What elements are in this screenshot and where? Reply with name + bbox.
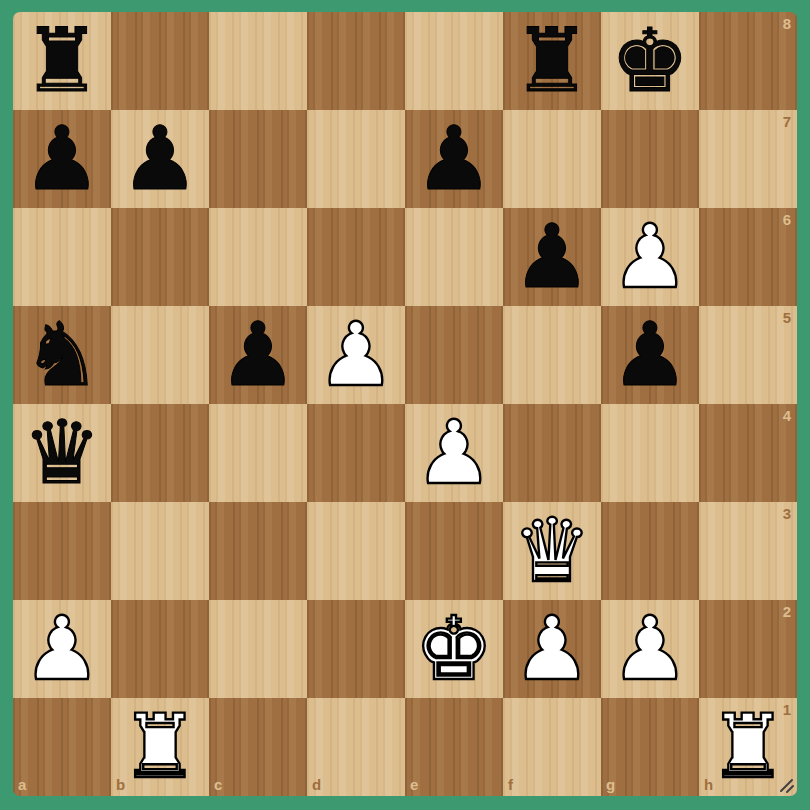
file-label-h: h: [704, 777, 713, 792]
square-h8[interactable]: 8: [699, 12, 797, 110]
black-rook-a8[interactable]: ♜: [23, 12, 102, 110]
white-pawn-e4[interactable]: ♟: [415, 404, 494, 502]
rank-label-4: 4: [783, 408, 791, 423]
square-f8[interactable]: ♜: [503, 12, 601, 110]
square-c4[interactable]: [209, 404, 307, 502]
square-a4[interactable]: ♛: [13, 404, 111, 502]
square-d4[interactable]: [307, 404, 405, 502]
square-b6[interactable]: [111, 208, 209, 306]
square-g5[interactable]: ♟: [601, 306, 699, 404]
square-b8[interactable]: [111, 12, 209, 110]
square-b5[interactable]: [111, 306, 209, 404]
square-a5[interactable]: ♞: [13, 306, 111, 404]
square-h4[interactable]: 4: [699, 404, 797, 502]
square-c5[interactable]: ♟: [209, 306, 307, 404]
square-e2[interactable]: ♚: [405, 600, 503, 698]
file-label-b: b: [116, 777, 125, 792]
white-pawn-a2[interactable]: ♟: [23, 600, 102, 698]
square-h1[interactable]: h1♜: [699, 698, 797, 796]
file-label-f: f: [508, 777, 513, 792]
board-frame: ♜♜♚8♟♟♟7♟♟6♞♟♟♟5♛♟4♛3♟♚♟♟2ab♜cdefgh1♜: [0, 0, 810, 810]
square-a2[interactable]: ♟: [13, 600, 111, 698]
black-pawn-b7[interactable]: ♟: [121, 110, 200, 208]
white-pawn-f2[interactable]: ♟: [513, 600, 592, 698]
square-g7[interactable]: [601, 110, 699, 208]
square-h3[interactable]: 3: [699, 502, 797, 600]
black-rook-f8[interactable]: ♜: [513, 12, 592, 110]
file-label-c: c: [214, 777, 222, 792]
square-e7[interactable]: ♟: [405, 110, 503, 208]
rank-label-6: 6: [783, 212, 791, 227]
square-g4[interactable]: [601, 404, 699, 502]
file-label-e: e: [410, 777, 418, 792]
square-g1[interactable]: g: [601, 698, 699, 796]
rank-label-2: 2: [783, 604, 791, 619]
square-c8[interactable]: [209, 12, 307, 110]
black-king-g8[interactable]: ♚: [611, 12, 690, 110]
square-b7[interactable]: ♟: [111, 110, 209, 208]
square-e4[interactable]: ♟: [405, 404, 503, 502]
chess-board: ♜♜♚8♟♟♟7♟♟6♞♟♟♟5♛♟4♛3♟♚♟♟2ab♜cdefgh1♜: [13, 12, 797, 796]
square-g2[interactable]: ♟: [601, 600, 699, 698]
white-pawn-g6[interactable]: ♟: [611, 208, 690, 306]
file-label-a: a: [18, 777, 26, 792]
square-c3[interactable]: [209, 502, 307, 600]
square-f7[interactable]: [503, 110, 601, 208]
square-g6[interactable]: ♟: [601, 208, 699, 306]
square-c6[interactable]: [209, 208, 307, 306]
square-e5[interactable]: [405, 306, 503, 404]
square-d7[interactable]: [307, 110, 405, 208]
file-label-g: g: [606, 777, 615, 792]
square-g3[interactable]: [601, 502, 699, 600]
square-h6[interactable]: 6: [699, 208, 797, 306]
square-f5[interactable]: [503, 306, 601, 404]
square-e6[interactable]: [405, 208, 503, 306]
square-h2[interactable]: 2: [699, 600, 797, 698]
square-h5[interactable]: 5: [699, 306, 797, 404]
square-b1[interactable]: b♜: [111, 698, 209, 796]
square-f3[interactable]: ♛: [503, 502, 601, 600]
square-a1[interactable]: a: [13, 698, 111, 796]
square-c1[interactable]: c: [209, 698, 307, 796]
white-queen-f3[interactable]: ♛: [513, 502, 592, 600]
rank-label-3: 3: [783, 506, 791, 521]
white-rook-h1[interactable]: ♜: [709, 698, 788, 796]
square-d3[interactable]: [307, 502, 405, 600]
square-g8[interactable]: ♚: [601, 12, 699, 110]
black-pawn-a7[interactable]: ♟: [23, 110, 102, 208]
square-c7[interactable]: [209, 110, 307, 208]
square-b4[interactable]: [111, 404, 209, 502]
square-d6[interactable]: [307, 208, 405, 306]
white-pawn-g2[interactable]: ♟: [611, 600, 690, 698]
square-h7[interactable]: 7: [699, 110, 797, 208]
black-knight-a5[interactable]: ♞: [23, 306, 102, 404]
square-c2[interactable]: [209, 600, 307, 698]
square-b2[interactable]: [111, 600, 209, 698]
square-f2[interactable]: ♟: [503, 600, 601, 698]
black-pawn-f6[interactable]: ♟: [513, 208, 592, 306]
square-d8[interactable]: [307, 12, 405, 110]
square-f1[interactable]: f: [503, 698, 601, 796]
square-f4[interactable]: [503, 404, 601, 502]
white-rook-b1[interactable]: ♜: [121, 698, 200, 796]
square-f6[interactable]: ♟: [503, 208, 601, 306]
square-d5[interactable]: ♟: [307, 306, 405, 404]
black-pawn-e7[interactable]: ♟: [415, 110, 494, 208]
black-queen-a4[interactable]: ♛: [23, 404, 102, 502]
rank-label-5: 5: [783, 310, 791, 325]
square-e8[interactable]: [405, 12, 503, 110]
square-a7[interactable]: ♟: [13, 110, 111, 208]
square-e3[interactable]: [405, 502, 503, 600]
white-pawn-d5[interactable]: ♟: [317, 306, 396, 404]
square-a8[interactable]: ♜: [13, 12, 111, 110]
square-d1[interactable]: d: [307, 698, 405, 796]
black-pawn-g5[interactable]: ♟: [611, 306, 690, 404]
rank-label-7: 7: [783, 114, 791, 129]
square-a6[interactable]: [13, 208, 111, 306]
rank-label-1: 1: [783, 702, 791, 717]
white-king-e2[interactable]: ♚: [415, 600, 494, 698]
file-label-d: d: [312, 777, 321, 792]
resize-handle-icon[interactable]: [779, 778, 795, 794]
square-a3[interactable]: [13, 502, 111, 600]
square-d2[interactable]: [307, 600, 405, 698]
black-pawn-c5[interactable]: ♟: [219, 306, 298, 404]
square-e1[interactable]: e: [405, 698, 503, 796]
square-b3[interactable]: [111, 502, 209, 600]
rank-label-8: 8: [783, 16, 791, 31]
